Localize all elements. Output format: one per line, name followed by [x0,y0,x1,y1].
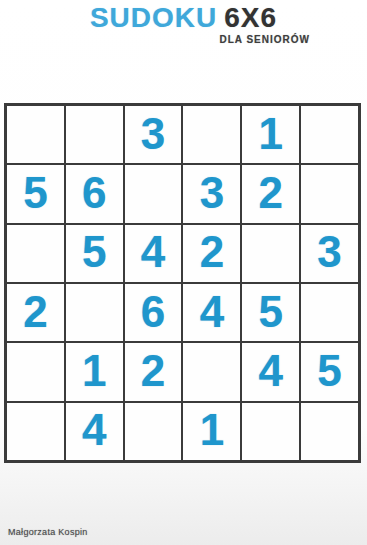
page-header: SUDOKU6X6 DLA SENIORÓW [0,0,367,60]
cell-r1c6[interactable] [300,105,359,164]
cell-r2c3[interactable] [124,164,183,223]
cell-r4c6[interactable] [300,283,359,342]
cell-r1c5[interactable]: 1 [241,105,300,164]
cell-r3c3[interactable]: 4 [124,224,183,283]
cell-r2c4[interactable]: 3 [182,164,241,223]
cell-r1c2[interactable] [65,105,124,164]
cell-r2c6[interactable] [300,164,359,223]
sudoku-grid: 31563254232645124541 [4,103,361,463]
cell-r2c2[interactable]: 6 [65,164,124,223]
cell-r3c1[interactable] [6,224,65,283]
cell-r1c3[interactable]: 3 [124,105,183,164]
title-size: 6X6 [224,2,277,33]
cell-r5c3[interactable]: 2 [124,342,183,401]
cell-r6c2[interactable]: 4 [65,402,124,461]
author-credit: Małgorzata Kospin [8,527,88,537]
cell-r3c4[interactable]: 2 [182,224,241,283]
page-title: SUDOKU6X6 [0,2,367,34]
cell-r3c6[interactable]: 3 [300,224,359,283]
title-word: SUDOKU [90,2,217,33]
cell-r4c1[interactable]: 2 [6,283,65,342]
cell-r3c2[interactable]: 5 [65,224,124,283]
cell-r6c3[interactable] [124,402,183,461]
cell-r5c5[interactable]: 4 [241,342,300,401]
cell-r1c1[interactable] [6,105,65,164]
cell-r4c2[interactable] [65,283,124,342]
cell-r2c1[interactable]: 5 [6,164,65,223]
cell-r6c5[interactable] [241,402,300,461]
cell-r5c4[interactable] [182,342,241,401]
cell-r6c6[interactable] [300,402,359,461]
cell-r1c4[interactable] [182,105,241,164]
page-subtitle: DLA SENIORÓW [219,34,310,45]
cell-r5c2[interactable]: 1 [65,342,124,401]
cell-r4c3[interactable]: 6 [124,283,183,342]
cell-r5c6[interactable]: 5 [300,342,359,401]
cell-r2c5[interactable]: 2 [241,164,300,223]
cell-r4c4[interactable]: 4 [182,283,241,342]
cell-r6c4[interactable]: 1 [182,402,241,461]
cell-r6c1[interactable] [6,402,65,461]
cell-r4c5[interactable]: 5 [241,283,300,342]
cell-r3c5[interactable] [241,224,300,283]
cell-r5c1[interactable] [6,342,65,401]
